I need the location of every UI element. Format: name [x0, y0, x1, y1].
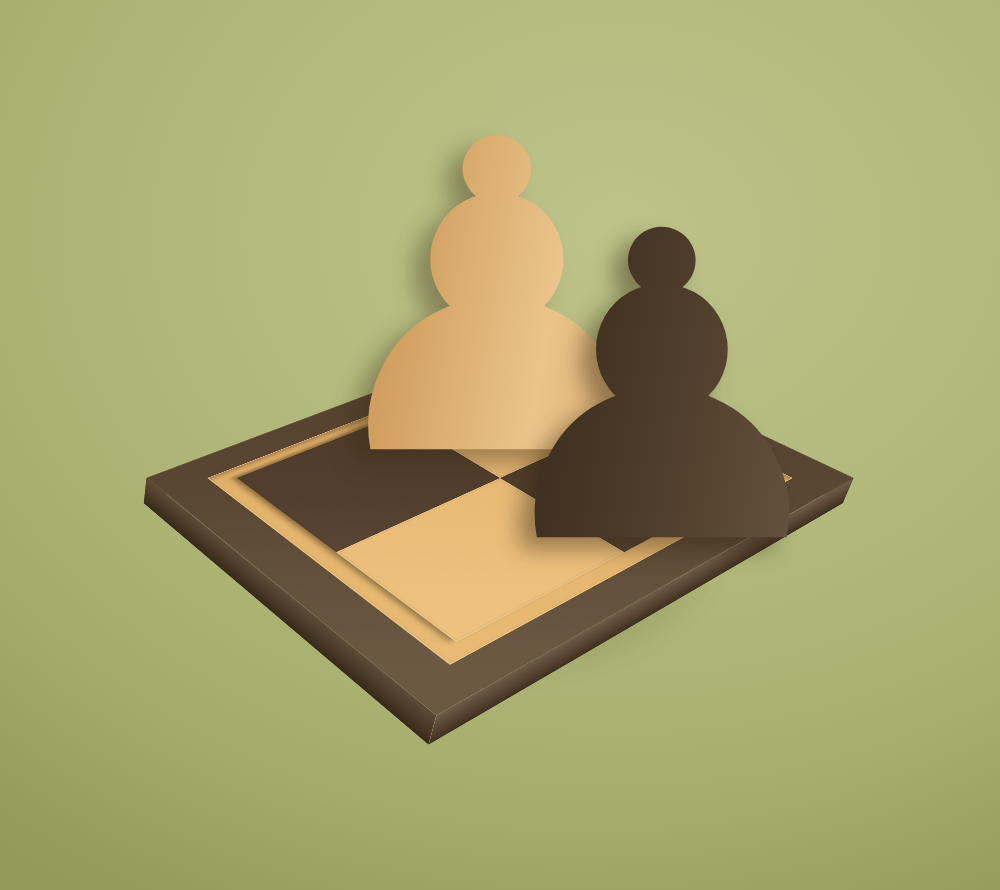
black-pawn-glyph: ♟	[471, 178, 852, 603]
black-pawn[interactable]: ♟	[462, 175, 862, 605]
scene: ♟ ♟	[0, 0, 1000, 890]
